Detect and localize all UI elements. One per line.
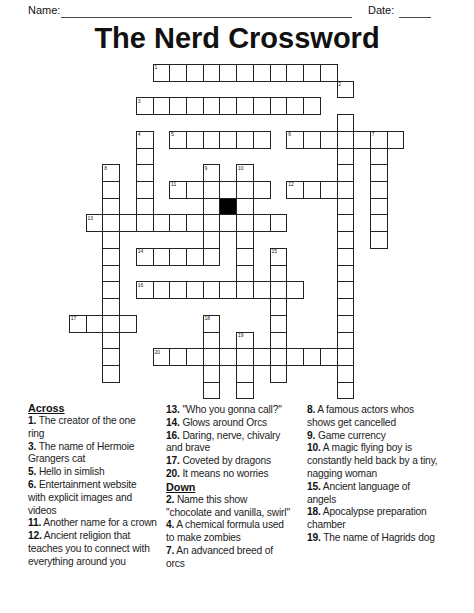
- clue-list-heading: Across: [28, 402, 165, 415]
- grid-cell[interactable]: [370, 164, 388, 182]
- clue-number: 18.: [307, 506, 321, 517]
- clue: 14. Glows around Orcs: [166, 417, 304, 430]
- clue-number: 6.: [28, 479, 36, 490]
- grid-cell[interactable]: [337, 214, 355, 232]
- clue: 6. Entertainment website with explicit i…: [28, 479, 165, 517]
- grid-cell[interactable]: [270, 365, 288, 383]
- clue: 12. Ancient religion that teaches you to…: [28, 530, 165, 568]
- grid-cell[interactable]: [337, 281, 355, 299]
- cell-number: 16: [138, 283, 144, 288]
- grid-cell[interactable]: [102, 214, 120, 232]
- cell-number: 5: [171, 132, 174, 137]
- grid-cell[interactable]: [286, 64, 304, 82]
- worksheet-page: Name: Date: The Nerd Crossword 123456789…: [0, 0, 474, 613]
- clue: 1. The creator of the one ring: [28, 415, 165, 441]
- grid-cell[interactable]: [169, 97, 187, 115]
- clue-number: 17.: [166, 455, 180, 466]
- date-blank-line: [399, 17, 431, 18]
- grid-cell[interactable]: [102, 281, 120, 299]
- grid-cell[interactable]: [387, 131, 405, 149]
- date-label: Date:: [368, 4, 394, 16]
- clue-column-down: 8. A famous actors whos shows get cancel…: [307, 404, 467, 545]
- grid-cell[interactable]: [253, 64, 271, 82]
- grid-cell[interactable]: [270, 298, 288, 316]
- cell-number: 7: [372, 132, 375, 137]
- clue-number: 15.: [307, 481, 321, 492]
- grid-cell[interactable]: [186, 64, 204, 82]
- name-label: Name:: [28, 4, 60, 16]
- cell-number: 9: [205, 166, 208, 171]
- grid-cell[interactable]: [236, 231, 254, 249]
- clue-number: 3.: [28, 441, 36, 452]
- clue-number: 4.: [166, 519, 174, 530]
- grid-cell[interactable]: [136, 181, 154, 199]
- grid-cell[interactable]: [102, 315, 120, 333]
- clue: 17. Coveted by dragons: [166, 455, 304, 468]
- grid-cell[interactable]: [270, 315, 288, 333]
- clue-number: 16.: [166, 430, 180, 441]
- grid-cell[interactable]: [236, 248, 254, 266]
- grid-cell[interactable]: [236, 281, 254, 299]
- grid-cell[interactable]: [337, 131, 355, 149]
- grid-cell[interactable]: [236, 365, 254, 383]
- grid-cell[interactable]: [337, 114, 355, 132]
- grid-cell[interactable]: [203, 97, 221, 115]
- grid-cell[interactable]: [270, 97, 288, 115]
- grid-cell[interactable]: [337, 231, 355, 249]
- clue-number: 19.: [307, 532, 321, 543]
- grid-cell[interactable]: [370, 214, 388, 232]
- grid-cell[interactable]: [186, 97, 204, 115]
- grid-cell[interactable]: [337, 382, 355, 400]
- grid-cell[interactable]: [370, 231, 388, 249]
- grid-cell[interactable]: [186, 131, 204, 149]
- grid-cell[interactable]: [186, 181, 204, 199]
- grid-cell[interactable]: [253, 214, 271, 232]
- grid-cell[interactable]: [303, 348, 321, 366]
- grid-cell[interactable]: [270, 64, 288, 82]
- clue: 15. Ancient language of angels: [307, 481, 467, 507]
- cell-number: 10: [238, 166, 244, 171]
- grid-cell[interactable]: [186, 348, 204, 366]
- grid-cell[interactable]: [303, 181, 321, 199]
- crossword-grid: 1234567891011121314151617181920: [69, 64, 405, 400]
- clue-number: 12.: [28, 530, 42, 541]
- grid-cell[interactable]: [203, 248, 221, 266]
- grid-cell[interactable]: [102, 198, 120, 216]
- clue: 16. Daring, nerve, chivalry and brave: [166, 430, 304, 456]
- grid-cell[interactable]: [270, 332, 288, 350]
- grid-cell[interactable]: [253, 97, 271, 115]
- grid-cell[interactable]: [102, 365, 120, 383]
- cell-number: 1: [154, 65, 157, 70]
- grid-cell[interactable]: [320, 348, 338, 366]
- grid-cell[interactable]: [186, 214, 204, 232]
- grid-cell[interactable]: [219, 97, 237, 115]
- clue: 9. Game currency: [307, 430, 467, 443]
- clue: 13. "Who you gonna call?": [166, 404, 304, 417]
- clue: 20. It means no worries: [166, 468, 304, 481]
- grid-cell[interactable]: [286, 348, 304, 366]
- grid-cell[interactable]: [337, 181, 355, 199]
- grid-cell[interactable]: [136, 148, 154, 166]
- clue: 2. Name this show "chocolate and vanilla…: [166, 494, 304, 520]
- clue-number: 14.: [166, 417, 180, 428]
- grid-cell[interactable]: [303, 97, 321, 115]
- clue-number: 13.: [166, 404, 180, 415]
- grid-cell[interactable]: [219, 64, 237, 82]
- grid-cell[interactable]: [236, 64, 254, 82]
- grid-cell[interactable]: [153, 214, 171, 232]
- grid-cell[interactable]: [320, 181, 338, 199]
- grid-cell[interactable]: [203, 231, 221, 249]
- cell-number: 15: [271, 249, 277, 254]
- grid-cell[interactable]: [337, 148, 355, 166]
- grid-cell[interactable]: [169, 64, 187, 82]
- cell-number: 17: [71, 316, 77, 321]
- cell-number: 13: [88, 216, 94, 221]
- cell-number: 14: [138, 249, 144, 254]
- grid-cell[interactable]: [219, 181, 237, 199]
- grid-cell[interactable]: [370, 181, 388, 199]
- clue-number: 1.: [28, 415, 36, 426]
- grid-cell[interactable]: [86, 315, 104, 333]
- grid-cell[interactable]: [136, 164, 154, 182]
- grid-cell[interactable]: [136, 198, 154, 216]
- clue-number: 2.: [166, 494, 174, 505]
- name-blank-line: [61, 17, 352, 18]
- grid-cell[interactable]: [270, 214, 288, 232]
- grid-cell[interactable]: [370, 198, 388, 216]
- grid-cell[interactable]: [153, 97, 171, 115]
- grid-cell[interactable]: [203, 64, 221, 82]
- grid-cell[interactable]: [303, 64, 321, 82]
- clue-number: 11.: [28, 517, 41, 528]
- page-title: The Nerd Crossword: [0, 22, 474, 55]
- cell-number: 4: [138, 132, 141, 137]
- grid-cell[interactable]: [337, 365, 355, 383]
- cell-number: 18: [205, 316, 211, 321]
- grid-cell[interactable]: [169, 281, 187, 299]
- grid-cell[interactable]: [102, 231, 120, 249]
- grid-cell[interactable]: [337, 248, 355, 266]
- grid-cell[interactable]: [153, 248, 171, 266]
- grid-cell[interactable]: [203, 281, 221, 299]
- grid-cell[interactable]: [203, 365, 221, 383]
- grid-cell[interactable]: [337, 198, 355, 216]
- grid-cell[interactable]: [219, 214, 237, 232]
- clue-number: 10.: [307, 442, 321, 453]
- grid-cell[interactable]: [303, 131, 321, 149]
- grid-cell[interactable]: [236, 181, 254, 199]
- cell-number: 12: [288, 182, 294, 187]
- grid-cell[interactable]: [203, 332, 221, 350]
- grid-cell[interactable]: [253, 131, 271, 149]
- cell-number: 3: [138, 99, 141, 104]
- grid-cell[interactable]: [102, 248, 120, 266]
- grid-cell[interactable]: [253, 181, 271, 199]
- cell-number: 20: [154, 350, 160, 355]
- grid-cell[interactable]: [102, 298, 120, 316]
- clue-number: 9.: [307, 430, 315, 441]
- grid-cell[interactable]: [270, 265, 288, 283]
- grid-cell[interactable]: [236, 97, 254, 115]
- clue: 3. The name of Hermoie Grangers cat: [28, 441, 165, 467]
- grid-cell[interactable]: [203, 214, 221, 232]
- grid-cell[interactable]: [186, 248, 204, 266]
- grid-cell[interactable]: [119, 315, 137, 333]
- grid-cell[interactable]: [219, 281, 237, 299]
- grid-cell[interactable]: [186, 281, 204, 299]
- clue: 8. A famous actors whos shows get cancel…: [307, 404, 467, 430]
- cell-number: 2: [338, 82, 341, 87]
- grid-cell[interactable]: [236, 131, 254, 149]
- grid-cell[interactable]: [169, 348, 187, 366]
- grid-cell[interactable]: [203, 131, 221, 149]
- grid-cell[interactable]: [337, 348, 355, 366]
- grid-cell[interactable]: [203, 198, 221, 216]
- grid-cell[interactable]: [337, 332, 355, 350]
- cell-number: 6: [288, 132, 291, 137]
- grid-cell[interactable]: [102, 332, 120, 350]
- cell-number: 11: [171, 182, 176, 187]
- black-cell: [219, 198, 237, 216]
- clue: 11. Another name for a crown: [28, 517, 165, 530]
- grid-cell[interactable]: [337, 298, 355, 316]
- grid-cell[interactable]: [203, 382, 221, 400]
- grid-cell[interactable]: [153, 281, 171, 299]
- grid-cell[interactable]: [169, 214, 187, 232]
- clue: 4. A chemical formula used to make zombi…: [166, 519, 304, 545]
- grid-cell[interactable]: [337, 315, 355, 333]
- grid-cell[interactable]: [236, 348, 254, 366]
- clue: 10. A magic flying boy is constantly hel…: [307, 442, 467, 480]
- clue-number: 5.: [28, 466, 36, 477]
- grid-cell[interactable]: [219, 348, 237, 366]
- grid-cell[interactable]: [203, 348, 221, 366]
- grid-cell[interactable]: [253, 348, 271, 366]
- grid-cell[interactable]: [236, 214, 254, 232]
- clue: 19. The name of Hagrids dog: [307, 532, 467, 545]
- grid-cell[interactable]: [203, 181, 221, 199]
- cell-number: 8: [104, 166, 107, 171]
- grid-cell[interactable]: [286, 97, 304, 115]
- clue-column-middle: 13. "Who you gonna call?"14. Glows aroun…: [166, 404, 304, 571]
- grid-cell[interactable]: [337, 164, 355, 182]
- grid-cell[interactable]: [320, 131, 338, 149]
- grid-cell[interactable]: [219, 131, 237, 149]
- clue-number: 7.: [166, 545, 174, 556]
- grid-cell[interactable]: [102, 348, 120, 366]
- clue-number: 20.: [166, 468, 180, 479]
- grid-cell[interactable]: [270, 348, 288, 366]
- cell-number: 19: [238, 333, 244, 338]
- grid-cell[interactable]: [169, 248, 187, 266]
- clue: 18. Apocalypse preparation chamber: [307, 506, 467, 532]
- clue: 7. An advanced breed of orcs: [166, 545, 304, 571]
- grid-cell[interactable]: [353, 131, 371, 149]
- grid-cell[interactable]: [102, 181, 120, 199]
- grid-cell[interactable]: [320, 64, 338, 82]
- grid-cell[interactable]: [236, 382, 254, 400]
- clue-list-heading: Down: [166, 481, 304, 494]
- grid-cell[interactable]: [136, 214, 154, 232]
- grid-cell[interactable]: [102, 265, 120, 283]
- grid-cell[interactable]: [270, 281, 288, 299]
- grid-cell[interactable]: [337, 265, 355, 283]
- grid-cell[interactable]: [236, 265, 254, 283]
- grid-cell[interactable]: [370, 148, 388, 166]
- clue-column-across: Across1. The creator of the one ring3. T…: [28, 402, 165, 569]
- clue-number: 8.: [307, 404, 315, 415]
- grid-cell[interactable]: [253, 281, 271, 299]
- grid-cell[interactable]: [236, 198, 254, 216]
- clue: 5. Hello in simlish: [28, 466, 165, 479]
- grid-cell[interactable]: [286, 281, 304, 299]
- grid-cell[interactable]: [119, 214, 137, 232]
